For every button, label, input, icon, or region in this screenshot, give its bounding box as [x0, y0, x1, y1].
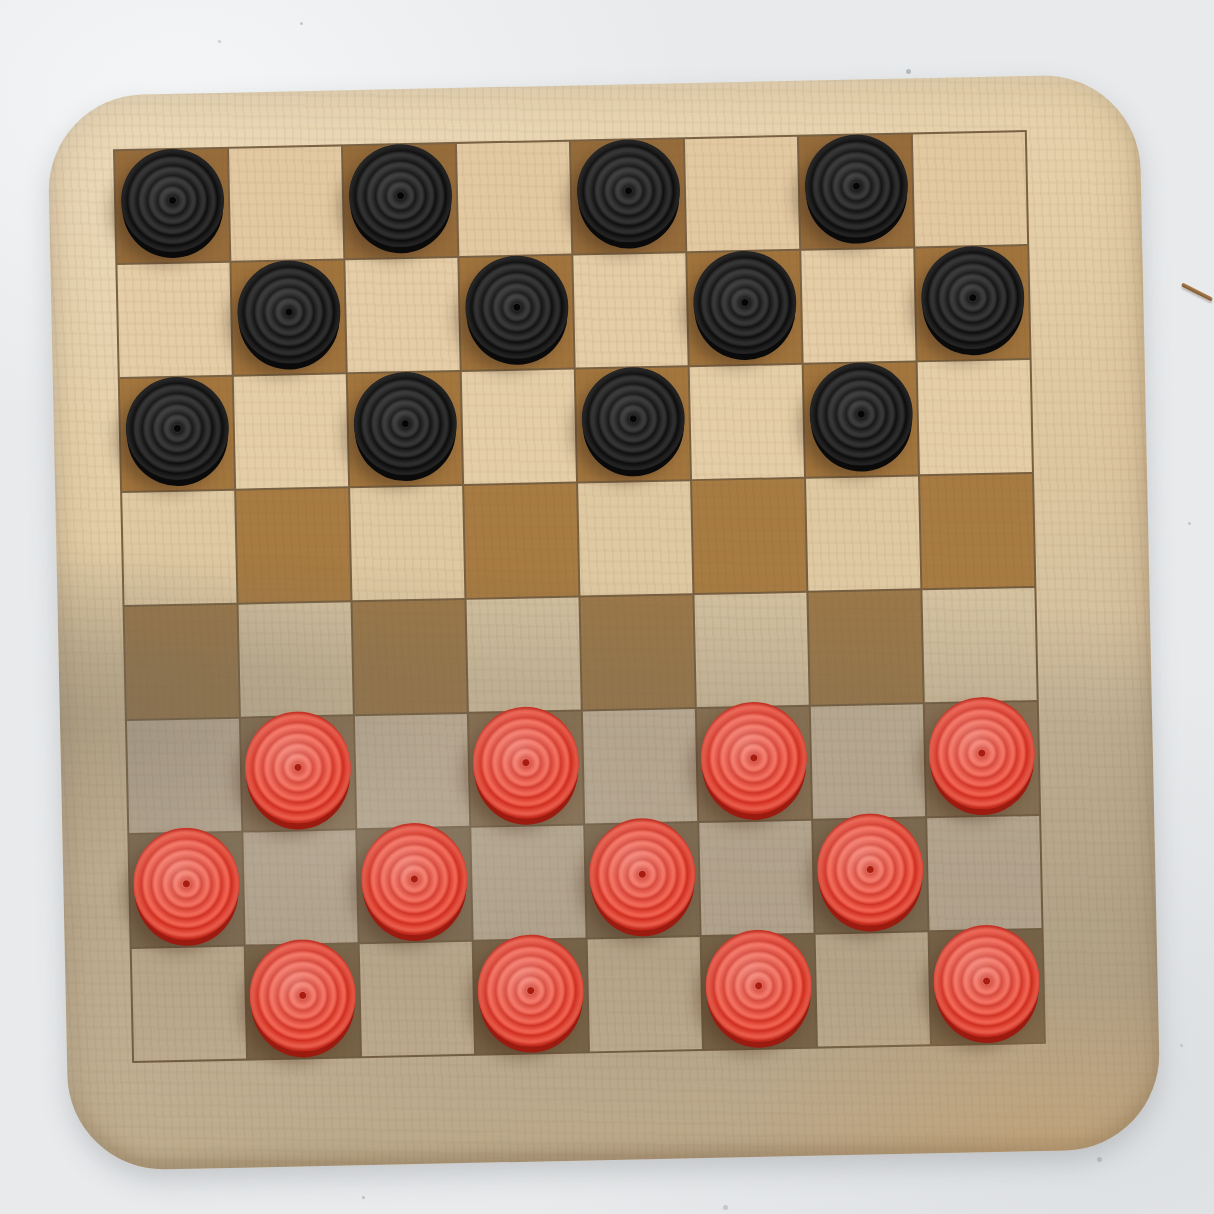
wood-splinter — [1181, 283, 1213, 302]
black-checker[interactable] — [803, 133, 908, 238]
red-checker[interactable] — [816, 812, 924, 926]
red-checker[interactable] — [472, 706, 580, 820]
black-checker[interactable] — [580, 366, 685, 471]
red-checker[interactable] — [244, 710, 352, 824]
red-checker[interactable] — [132, 827, 240, 941]
black-checker[interactable] — [920, 245, 1025, 350]
checkers-board — [47, 74, 1161, 1172]
black-checker[interactable] — [464, 254, 569, 359]
red-checker[interactable] — [360, 822, 468, 936]
red-checker[interactable] — [928, 696, 1036, 810]
black-checker[interactable] — [692, 249, 797, 354]
black-checker[interactable] — [575, 138, 680, 243]
black-checker[interactable] — [124, 375, 229, 480]
black-checker[interactable] — [236, 259, 341, 364]
red-checker[interactable] — [700, 701, 808, 815]
table-surface — [0, 0, 1214, 1214]
red-checker[interactable] — [249, 938, 357, 1052]
table-speckles — [0, 0, 3, 3]
red-checker[interactable] — [932, 924, 1040, 1038]
black-checker[interactable] — [119, 147, 224, 252]
red-checker[interactable] — [704, 929, 812, 1043]
red-checker[interactable] — [477, 934, 585, 1048]
black-checker[interactable] — [808, 361, 913, 466]
red-checker[interactable] — [588, 817, 696, 931]
black-checker[interactable] — [352, 371, 457, 476]
pieces-layer — [47, 74, 1161, 1172]
black-checker[interactable] — [347, 143, 452, 248]
